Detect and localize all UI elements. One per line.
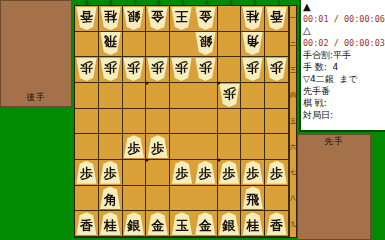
board-grid: 香桂銀金王金桂香飛銀角歩歩歩歩歩歩歩歩歩歩歩歩歩歩歩歩歩歩角飛香桂銀金玉金銀桂香 (75, 6, 290, 237)
board-cell-8六[interactable] (99, 134, 123, 160)
board-cell-6一[interactable]: 金 (146, 6, 170, 32)
board-cell-5三[interactable]: 歩 (170, 57, 194, 83)
board-cell-6三[interactable]: 歩 (146, 57, 170, 83)
board-cell-2六[interactable] (241, 134, 265, 160)
shogi-piece-gote-金[interactable]: 金 (195, 7, 216, 30)
board-cell-4五[interactable] (194, 109, 218, 135)
piece-kanji: 歩 (151, 139, 164, 155)
board-cell-3一[interactable] (218, 6, 242, 32)
board-cell-5二[interactable] (170, 32, 194, 58)
board-cell-6六[interactable]: 歩 (146, 134, 170, 160)
piece-kanji: 桂 (104, 10, 117, 26)
board-cell-2九[interactable]: 桂 (241, 211, 265, 237)
shogi-piece-gote-歩[interactable]: 歩 (123, 58, 144, 81)
piece-kanji: 歩 (223, 87, 236, 103)
piece-kanji: 桂 (104, 216, 117, 232)
rank-label-5: 五 (290, 109, 296, 135)
piece-kanji: 歩 (80, 62, 93, 78)
board-cell-8五[interactable] (99, 109, 123, 135)
board-cell-5一[interactable]: 王 (170, 6, 194, 32)
board-cell-1八[interactable] (265, 186, 289, 212)
board-cell-7三[interactable]: 歩 (123, 57, 147, 83)
piece-kanji: 香 (270, 10, 283, 26)
sente-turn-marker: ▲ (303, 1, 385, 13)
board-cell-7二[interactable] (123, 32, 147, 58)
shogi-piece-gote-銀[interactable]: 銀 (195, 32, 216, 55)
piece-kanji: 歩 (151, 62, 164, 78)
board-cell-4四[interactable] (194, 83, 218, 109)
board-cell-7四[interactable] (123, 83, 147, 109)
board-cell-8九[interactable]: 桂 (99, 211, 123, 237)
board-cell-7七[interactable] (123, 160, 147, 186)
board-cell-4一[interactable]: 金 (194, 6, 218, 32)
board-cell-3三[interactable] (218, 57, 242, 83)
board-cell-4二[interactable]: 銀 (194, 32, 218, 58)
piece-kanji: 歩 (104, 62, 117, 78)
shogi-piece-sente-銀[interactable]: 銀 (123, 212, 144, 235)
piece-kanji: 金 (199, 10, 212, 26)
rank-label-3: 三 (290, 57, 296, 83)
board-cell-9三[interactable]: 歩 (75, 57, 99, 83)
sente-tray-label: 先手 (298, 136, 370, 148)
piece-kanji: 歩 (175, 164, 188, 180)
rank-label-4: 四 (290, 83, 296, 109)
piece-kanji: 香 (80, 216, 93, 232)
shogi-piece-gote-角[interactable]: 角 (242, 32, 263, 55)
shogi-piece-gote-銀[interactable]: 銀 (123, 7, 144, 30)
piece-kanji: 歩 (223, 164, 236, 180)
board-cell-4七[interactable]: 歩 (194, 160, 218, 186)
shogi-app-window: { "game": "shogi", "position": { "sfen":… (0, 0, 385, 240)
piece-kanji: 歩 (199, 62, 212, 78)
gote-captured-tray: 後手 (0, 0, 72, 107)
piece-kanji: 歩 (80, 164, 93, 180)
board-cell-7六[interactable]: 歩 (123, 134, 147, 160)
shogi-piece-sente-歩[interactable]: 歩 (219, 161, 240, 184)
shogi-piece-gote-歩[interactable]: 歩 (266, 58, 287, 81)
board-cell-5四[interactable] (170, 83, 194, 109)
piece-kanji: 銀 (223, 216, 236, 232)
board-cell-2五[interactable] (241, 109, 265, 135)
shogi-piece-sente-玉[interactable]: 玉 (171, 212, 192, 235)
piece-kanji: 角 (104, 190, 117, 206)
shogi-piece-gote-桂[interactable]: 桂 (242, 7, 263, 30)
shogi-piece-sente-歩[interactable]: 歩 (195, 161, 216, 184)
shogi-piece-sente-金[interactable]: 金 (195, 212, 216, 235)
board-cell-8四[interactable] (99, 83, 123, 109)
board-cell-9一[interactable]: 香 (75, 6, 99, 32)
board-cell-3四[interactable]: 歩 (218, 83, 242, 109)
shogi-piece-gote-歩[interactable]: 歩 (100, 58, 121, 81)
piece-kanji: 金 (151, 10, 164, 26)
hoshi-dot (218, 159, 221, 162)
shogi-piece-gote-歩[interactable]: 歩 (76, 58, 97, 81)
board-cell-9五[interactable] (75, 109, 99, 135)
rank-label-8: 八 (290, 186, 296, 212)
board-cell-6九[interactable]: 金 (146, 211, 170, 237)
board-cell-3九[interactable]: 銀 (218, 211, 242, 237)
piece-kanji: 香 (80, 10, 93, 26)
rank-label-6: 六 (290, 134, 296, 160)
gote-clock: 00:02 / 00:00:03 (303, 37, 385, 49)
board-cell-5七[interactable]: 歩 (170, 160, 194, 186)
shogi-piece-gote-歩[interactable]: 歩 (219, 84, 240, 107)
board-cell-3五[interactable] (218, 109, 242, 135)
rank-label-9: 九 (290, 211, 296, 237)
board-cell-9四[interactable] (75, 83, 99, 109)
board-cell-3二[interactable] (218, 32, 242, 58)
rank-label-7: 七 (290, 160, 296, 186)
shogi-piece-sente-桂[interactable]: 桂 (100, 212, 121, 235)
board-cell-3七[interactable]: 歩 (218, 160, 242, 186)
piece-kanji: 桂 (246, 10, 259, 26)
board-cell-4六[interactable] (194, 134, 218, 160)
board-cell-9八[interactable] (75, 186, 99, 212)
board-cell-7一[interactable]: 銀 (123, 6, 147, 32)
board-cell-5五[interactable] (170, 109, 194, 135)
piece-kanji: 香 (270, 216, 283, 232)
board-cell-2三[interactable]: 歩 (241, 57, 265, 83)
shogi-piece-sente-歩[interactable]: 歩 (242, 161, 263, 184)
shogi-piece-gote-歩[interactable]: 歩 (242, 58, 263, 81)
piece-kanji: 角 (246, 36, 259, 52)
shogi-piece-sente-金[interactable]: 金 (147, 212, 168, 235)
shogi-piece-gote-歩[interactable]: 歩 (147, 58, 168, 81)
shogi-piece-sente-歩[interactable]: 歩 (76, 161, 97, 184)
board-cell-8一[interactable]: 桂 (99, 6, 123, 32)
shogi-piece-sente-歩[interactable]: 歩 (123, 135, 144, 158)
shogi-piece-gote-王[interactable]: 王 (171, 7, 192, 30)
shogi-piece-sente-飛[interactable]: 飛 (242, 186, 263, 209)
board-cell-4三[interactable]: 歩 (194, 57, 218, 83)
board-cell-5六[interactable] (170, 134, 194, 160)
piece-kanji: 歩 (270, 164, 283, 180)
board-cell-5九[interactable]: 玉 (170, 211, 194, 237)
piece-kanji: 玉 (175, 216, 188, 232)
game-date-label: 対局日: (303, 109, 385, 121)
shogi-piece-sente-香[interactable]: 香 (76, 212, 97, 235)
shogi-piece-sente-歩[interactable]: 歩 (266, 161, 287, 184)
shogi-piece-gote-桂[interactable]: 桂 (100, 7, 121, 30)
shogi-piece-sente-歩[interactable]: 歩 (100, 161, 121, 184)
hoshi-dot (146, 159, 149, 162)
board-cell-6七[interactable] (146, 160, 170, 186)
board-cell-6二[interactable] (146, 32, 170, 58)
turn-to-move-label: 先手番 (303, 85, 385, 97)
piece-kanji: 歩 (127, 139, 140, 155)
shogi-piece-gote-金[interactable]: 金 (147, 7, 168, 30)
board-cell-9二[interactable] (75, 32, 99, 58)
board-cell-2一[interactable]: 桂 (241, 6, 265, 32)
board-cell-8八[interactable]: 角 (99, 186, 123, 212)
board-cell-2八[interactable]: 飛 (241, 186, 265, 212)
board-cell-4八[interactable] (194, 186, 218, 212)
shogi-piece-sente-香[interactable]: 香 (266, 212, 287, 235)
tournament-label: 棋 戦: (303, 97, 385, 109)
sente-clock: 00:01 / 00:00:06 (303, 13, 385, 25)
piece-kanji: 歩 (104, 164, 117, 180)
piece-kanji: 歩 (246, 62, 259, 78)
piece-kanji: 飛 (104, 36, 117, 52)
piece-kanji: 歩 (199, 164, 212, 180)
piece-kanji: 銀 (127, 10, 140, 26)
board-cell-9九[interactable]: 香 (75, 211, 99, 237)
board-cell-9七[interactable]: 歩 (75, 160, 99, 186)
gote-turn-marker: △ (303, 25, 385, 37)
shogi-piece-sente-歩[interactable]: 歩 (147, 135, 168, 158)
shogi-piece-sente-銀[interactable]: 銀 (219, 212, 240, 235)
shogi-piece-gote-香[interactable]: 香 (76, 7, 97, 30)
board-cell-4九[interactable]: 金 (194, 211, 218, 237)
board-cell-7八[interactable] (123, 186, 147, 212)
piece-kanji: 金 (199, 216, 212, 232)
shogi-piece-gote-香[interactable]: 香 (266, 7, 287, 30)
board-cell-2七[interactable]: 歩 (241, 160, 265, 186)
piece-kanji: 王 (175, 10, 188, 26)
board-cell-6五[interactable] (146, 109, 170, 135)
piece-kanji: 飛 (246, 190, 259, 206)
piece-kanji: 歩 (127, 62, 140, 78)
shogi-board: 香桂銀金王金桂香飛銀角歩歩歩歩歩歩歩歩歩歩歩歩歩歩歩歩歩歩角飛香桂銀金玉金銀桂香… (74, 5, 297, 238)
piece-kanji: 歩 (270, 62, 283, 78)
board-cell-2二[interactable]: 角 (241, 32, 265, 58)
board-cell-7九[interactable]: 銀 (123, 211, 147, 237)
piece-kanji: 銀 (127, 216, 140, 232)
board-cell-1九[interactable]: 香 (265, 211, 289, 237)
sente-captured-tray: 先手 (297, 134, 371, 240)
board-cell-1五[interactable] (265, 109, 289, 135)
piece-kanji: 桂 (246, 216, 259, 232)
board-cell-7五[interactable] (123, 109, 147, 135)
piece-kanji: 銀 (199, 36, 212, 52)
board-cell-8三[interactable]: 歩 (99, 57, 123, 83)
handicap-label: 手合割:平手 (303, 49, 385, 61)
board-cell-6八[interactable] (146, 186, 170, 212)
last-move-label: ▽4二銀 まで (303, 73, 385, 85)
board-cell-1三[interactable]: 歩 (265, 57, 289, 83)
board-cell-1二[interactable] (265, 32, 289, 58)
board-cell-1一[interactable]: 香 (265, 6, 289, 32)
move-count-label: 手 数: 4 (303, 61, 385, 73)
shogi-piece-sente-桂[interactable]: 桂 (242, 212, 263, 235)
board-cell-2四[interactable] (241, 83, 265, 109)
board-cell-9六[interactable] (75, 134, 99, 160)
gote-tray-label: 後手 (1, 92, 71, 104)
board-cell-1四[interactable] (265, 83, 289, 109)
piece-kanji: 歩 (175, 62, 188, 78)
board-cell-5八[interactable] (170, 186, 194, 212)
rank-label-1: 一 (290, 6, 296, 32)
rank-label-2: 二 (290, 32, 296, 58)
board-cell-1六[interactable] (265, 134, 289, 160)
shogi-piece-gote-歩[interactable]: 歩 (171, 58, 192, 81)
piece-kanji: 歩 (246, 164, 259, 180)
rank-labels: 一二三四五六七八九 (290, 6, 296, 237)
shogi-piece-gote-飛[interactable]: 飛 (100, 32, 121, 55)
board-cell-6四[interactable] (146, 83, 170, 109)
shogi-piece-gote-歩[interactable]: 歩 (195, 58, 216, 81)
piece-kanji: 金 (151, 216, 164, 232)
shogi-piece-sente-角[interactable]: 角 (100, 186, 121, 209)
board-cell-8七[interactable]: 歩 (99, 160, 123, 186)
board-cell-8二[interactable]: 飛 (99, 32, 123, 58)
board-cell-1七[interactable]: 歩 (265, 160, 289, 186)
hoshi-dot (146, 82, 149, 85)
board-cell-3八[interactable] (218, 186, 242, 212)
game-info-panel: ▲ 00:01 / 00:00:06 △ 00:02 / 00:00:03 手合… (299, 0, 385, 132)
board-cell-3六[interactable] (218, 134, 242, 160)
shogi-piece-sente-歩[interactable]: 歩 (171, 161, 192, 184)
